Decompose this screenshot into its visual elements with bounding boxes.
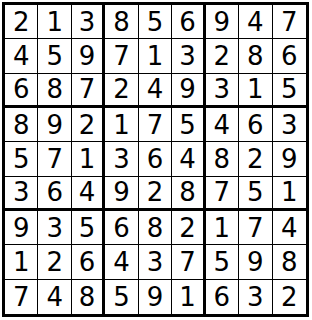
sudoku-cell[interactable]: 6 (172, 5, 205, 39)
sudoku-cell[interactable]: 4 (105, 245, 138, 279)
sudoku-cell[interactable]: 6 (105, 211, 138, 245)
sudoku-cell[interactable]: 6 (5, 74, 38, 108)
sudoku-cell[interactable]: 7 (206, 177, 239, 211)
sudoku-cell[interactable]: 8 (273, 245, 306, 279)
sudoku-cell[interactable]: 3 (172, 39, 205, 73)
sudoku-cell[interactable]: 3 (105, 142, 138, 176)
sudoku-cell[interactable]: 1 (273, 177, 306, 211)
sudoku-cell[interactable]: 2 (139, 177, 172, 211)
sudoku-cell[interactable]: 5 (72, 211, 105, 245)
sudoku-cell[interactable]: 5 (139, 5, 172, 39)
sudoku-cell[interactable]: 2 (273, 280, 306, 314)
sudoku-cell[interactable]: 6 (273, 39, 306, 73)
sudoku-cell[interactable]: 7 (172, 245, 205, 279)
sudoku-cell[interactable]: 1 (72, 142, 105, 176)
sudoku-cell[interactable]: 1 (206, 211, 239, 245)
sudoku-cell[interactable]: 8 (5, 108, 38, 142)
sudoku-cell[interactable]: 3 (72, 5, 105, 39)
sudoku-cell[interactable]: 7 (38, 142, 71, 176)
sudoku-cell[interactable]: 2 (105, 74, 138, 108)
sudoku-cell[interactable]: 1 (139, 39, 172, 73)
sudoku-cell[interactable]: 8 (139, 211, 172, 245)
sudoku-cell[interactable]: 8 (105, 5, 138, 39)
sudoku-cell[interactable]: 6 (72, 245, 105, 279)
sudoku-cell[interactable]: 4 (206, 108, 239, 142)
sudoku-cell[interactable]: 6 (206, 280, 239, 314)
sudoku-cell[interactable]: 2 (72, 108, 105, 142)
sudoku-cell[interactable]: 5 (206, 245, 239, 279)
sudoku-cell[interactable]: 8 (239, 39, 272, 73)
sudoku-cell[interactable]: 7 (239, 211, 272, 245)
sudoku-cell[interactable]: 8 (72, 280, 105, 314)
sudoku-cell[interactable]: 4 (172, 142, 205, 176)
sudoku-cell[interactable]: 5 (5, 142, 38, 176)
sudoku-cell[interactable]: 9 (239, 245, 272, 279)
sudoku-cell[interactable]: 9 (172, 74, 205, 108)
sudoku-cell[interactable]: 8 (172, 177, 205, 211)
sudoku-cell[interactable]: 2 (206, 39, 239, 73)
sudoku-cell[interactable]: 3 (239, 280, 272, 314)
sudoku-cell[interactable]: 3 (38, 211, 71, 245)
sudoku-cell[interactable]: 3 (273, 108, 306, 142)
sudoku-cell[interactable]: 2 (172, 211, 205, 245)
sudoku-cell[interactable]: 3 (5, 177, 38, 211)
sudoku-cell[interactable]: 7 (105, 39, 138, 73)
sudoku-cell[interactable]: 4 (38, 280, 71, 314)
sudoku-cell[interactable]: 9 (72, 39, 105, 73)
sudoku-cell[interactable]: 5 (273, 74, 306, 108)
sudoku-cell[interactable]: 6 (139, 142, 172, 176)
sudoku-cell[interactable]: 3 (206, 74, 239, 108)
sudoku-cell[interactable]: 1 (239, 74, 272, 108)
sudoku-cell[interactable]: 1 (172, 280, 205, 314)
sudoku-cell[interactable]: 3 (139, 245, 172, 279)
sudoku-cell[interactable]: 2 (38, 245, 71, 279)
sudoku-cell[interactable]: 5 (172, 108, 205, 142)
sudoku-cell[interactable]: 1 (5, 245, 38, 279)
sudoku-cell[interactable]: 6 (38, 177, 71, 211)
sudoku-cell[interactable]: 1 (105, 108, 138, 142)
sudoku-cell[interactable]: 7 (139, 108, 172, 142)
sudoku-cell[interactable]: 5 (38, 39, 71, 73)
sudoku-cell[interactable]: 2 (5, 5, 38, 39)
sudoku-cell[interactable]: 8 (38, 74, 71, 108)
sudoku-cell[interactable]: 7 (5, 280, 38, 314)
sudoku-cell[interactable]: 4 (139, 74, 172, 108)
sudoku-cell[interactable]: 9 (38, 108, 71, 142)
sudoku-board: 2138569474597132866872493158921754635713… (2, 2, 309, 317)
sudoku-cell[interactable]: 1 (38, 5, 71, 39)
sudoku-cell[interactable]: 6 (239, 108, 272, 142)
sudoku-cell[interactable]: 4 (5, 39, 38, 73)
sudoku-cell[interactable]: 9 (105, 177, 138, 211)
sudoku-cell[interactable]: 7 (273, 5, 306, 39)
sudoku-cell[interactable]: 9 (206, 5, 239, 39)
sudoku-cell[interactable]: 9 (5, 211, 38, 245)
sudoku-cell[interactable]: 9 (139, 280, 172, 314)
sudoku-cell[interactable]: 4 (239, 5, 272, 39)
sudoku-cell[interactable]: 4 (72, 177, 105, 211)
sudoku-cell[interactable]: 2 (239, 142, 272, 176)
sudoku-cell[interactable]: 4 (273, 211, 306, 245)
sudoku-cell[interactable]: 8 (206, 142, 239, 176)
sudoku-cell[interactable]: 9 (273, 142, 306, 176)
sudoku-cell[interactable]: 5 (105, 280, 138, 314)
sudoku-cell[interactable]: 5 (239, 177, 272, 211)
sudoku-cell[interactable]: 7 (72, 74, 105, 108)
